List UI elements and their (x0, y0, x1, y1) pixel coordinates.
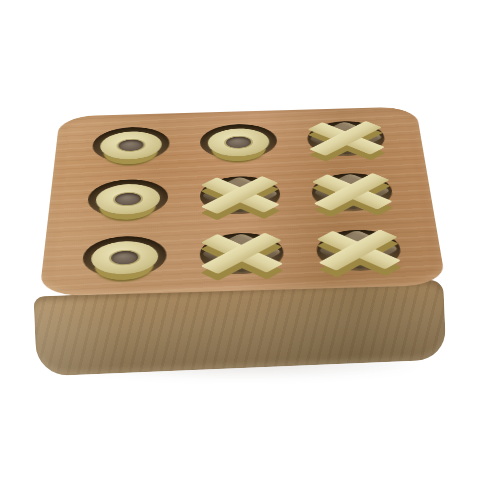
cell-r1c3[interactable] (294, 115, 399, 163)
piece-x[interactable] (194, 172, 287, 218)
x-brass-cross (304, 169, 401, 215)
x-brass-cross (309, 225, 410, 275)
board-top-face (39, 106, 446, 296)
o-ring-hole (115, 193, 142, 206)
x-brass-cross (193, 228, 291, 278)
cell-r2c2[interactable] (188, 170, 294, 222)
cell-r3c1[interactable] (68, 229, 180, 285)
cell-r2c1[interactable] (74, 173, 181, 225)
piece-x[interactable] (309, 225, 410, 275)
piece-x[interactable] (304, 169, 401, 215)
x-brass-cross (194, 172, 287, 218)
cell-r1c2[interactable] (188, 118, 290, 166)
cell-r3c3[interactable] (302, 223, 417, 279)
cell-r2c3[interactable] (298, 167, 407, 219)
cell-r1c1[interactable] (79, 121, 181, 169)
o-ring-hole (118, 139, 144, 151)
cell-r3c2[interactable] (187, 226, 298, 282)
x-brass-cross (300, 117, 393, 159)
piece-x[interactable] (300, 117, 393, 159)
piece-x[interactable] (193, 228, 291, 278)
o-ring-hole (111, 251, 139, 265)
o-ring-hole (226, 136, 251, 148)
product-photo-stage (0, 0, 480, 480)
